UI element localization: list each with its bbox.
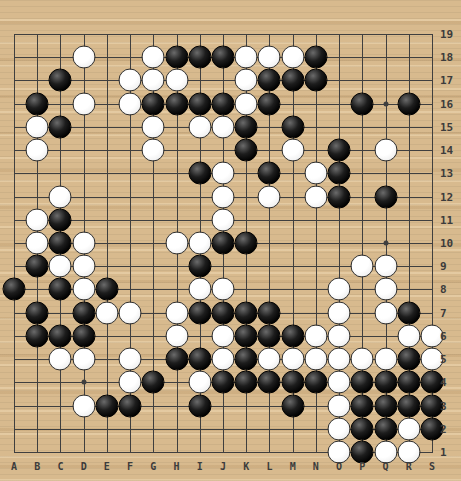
black-stone [281, 324, 304, 347]
black-stone [188, 92, 211, 115]
black-stone [397, 348, 420, 371]
white-stone [351, 255, 374, 278]
black-stone [235, 348, 258, 371]
black-stone [49, 69, 72, 92]
row-label: 19 [440, 28, 453, 41]
row-label: 12 [440, 190, 453, 203]
column-label: S [429, 461, 435, 472]
white-stone [72, 255, 95, 278]
column-label: K [243, 461, 249, 472]
column-label: C [57, 461, 63, 472]
black-stone [258, 371, 281, 394]
white-stone [374, 348, 397, 371]
black-stone [328, 185, 351, 208]
black-stone [235, 324, 258, 347]
white-stone [281, 46, 304, 69]
black-stone [26, 324, 49, 347]
black-stone [188, 301, 211, 324]
column-label: H [174, 461, 180, 472]
black-stone [72, 324, 95, 347]
white-stone [95, 301, 118, 324]
black-stone [374, 394, 397, 417]
black-stone [281, 371, 304, 394]
white-stone [165, 324, 188, 347]
black-stone [26, 255, 49, 278]
column-label: D [81, 461, 87, 472]
black-stone [188, 46, 211, 69]
white-stone [26, 115, 49, 138]
white-stone [119, 92, 142, 115]
white-stone [26, 139, 49, 162]
column-label: R [406, 461, 412, 472]
white-stone [374, 139, 397, 162]
go-board[interactable]: ABCDEFGHIJKLMNOPQRS191817161514131211109… [0, 0, 461, 481]
white-stone [304, 324, 327, 347]
column-label: O [336, 461, 342, 472]
black-stone [49, 324, 72, 347]
white-stone [211, 324, 234, 347]
white-stone [374, 255, 397, 278]
star-point [383, 101, 388, 106]
black-stone [165, 348, 188, 371]
white-stone [142, 46, 165, 69]
white-stone [142, 69, 165, 92]
black-stone [374, 371, 397, 394]
white-stone [258, 185, 281, 208]
black-stone [26, 92, 49, 115]
black-stone [142, 92, 165, 115]
go-board-app: ABCDEFGHIJKLMNOPQRS191817161514131211109… [0, 0, 461, 481]
column-label: G [150, 461, 156, 472]
black-stone [188, 162, 211, 185]
black-stone [304, 46, 327, 69]
white-stone [49, 348, 72, 371]
black-stone [95, 394, 118, 417]
row-label: 13 [440, 167, 453, 180]
black-stone [304, 371, 327, 394]
white-stone [211, 278, 234, 301]
white-stone [258, 46, 281, 69]
black-stone [142, 371, 165, 394]
white-stone [26, 231, 49, 254]
white-stone [351, 348, 374, 371]
white-stone [188, 278, 211, 301]
black-stone [188, 255, 211, 278]
white-stone [188, 115, 211, 138]
row-label: 11 [440, 213, 453, 226]
white-stone [328, 417, 351, 440]
white-stone [72, 394, 95, 417]
white-stone [211, 208, 234, 231]
black-stone [49, 115, 72, 138]
row-label: 6 [440, 329, 447, 342]
black-stone [49, 231, 72, 254]
white-stone [397, 324, 420, 347]
black-stone [211, 301, 234, 324]
white-stone [72, 92, 95, 115]
white-stone [72, 278, 95, 301]
black-stone [374, 417, 397, 440]
white-stone [49, 185, 72, 208]
black-stone [49, 278, 72, 301]
black-stone [235, 301, 258, 324]
white-stone [72, 46, 95, 69]
black-stone [397, 394, 420, 417]
white-stone [119, 348, 142, 371]
black-stone [258, 92, 281, 115]
black-stone [49, 208, 72, 231]
column-label: I [197, 461, 203, 472]
black-stone [165, 46, 188, 69]
row-label: 15 [440, 120, 453, 133]
column-label: A [11, 461, 17, 472]
white-stone [235, 69, 258, 92]
black-stone [26, 301, 49, 324]
column-label: F [127, 461, 133, 472]
star-point [81, 380, 86, 385]
white-stone [258, 348, 281, 371]
black-stone [188, 348, 211, 371]
row-label: 14 [440, 144, 453, 157]
black-stone [304, 69, 327, 92]
star-point [383, 240, 388, 245]
black-stone [119, 394, 142, 417]
black-stone [211, 46, 234, 69]
white-stone [26, 208, 49, 231]
row-label: 2 [440, 422, 447, 435]
black-stone [165, 92, 188, 115]
column-label: P [359, 461, 365, 472]
white-stone [119, 371, 142, 394]
white-stone [142, 115, 165, 138]
white-stone [328, 394, 351, 417]
row-label: 7 [440, 306, 447, 319]
black-stone [351, 394, 374, 417]
white-stone [304, 185, 327, 208]
black-stone [351, 92, 374, 115]
black-stone [258, 69, 281, 92]
white-stone [211, 348, 234, 371]
row-label: 5 [440, 353, 447, 366]
black-stone [281, 69, 304, 92]
white-stone [142, 139, 165, 162]
black-stone [211, 92, 234, 115]
black-stone [235, 115, 258, 138]
black-stone [258, 324, 281, 347]
black-stone [351, 417, 374, 440]
black-stone [235, 371, 258, 394]
black-stone [397, 371, 420, 394]
white-stone [304, 348, 327, 371]
row-label: 10 [440, 236, 453, 249]
black-stone [351, 371, 374, 394]
black-stone [281, 115, 304, 138]
row-label: 3 [440, 399, 447, 412]
black-stone [72, 301, 95, 324]
column-label: J [220, 461, 226, 472]
white-stone [281, 348, 304, 371]
black-stone [95, 278, 118, 301]
white-stone [72, 231, 95, 254]
black-stone [235, 139, 258, 162]
white-stone [235, 46, 258, 69]
black-stone [328, 139, 351, 162]
black-stone [211, 231, 234, 254]
white-stone [49, 255, 72, 278]
white-stone [397, 417, 420, 440]
white-stone [328, 301, 351, 324]
white-stone [165, 69, 188, 92]
black-stone [258, 162, 281, 185]
row-label: 1 [440, 445, 447, 458]
white-stone [235, 92, 258, 115]
white-stone [119, 301, 142, 324]
white-stone [328, 371, 351, 394]
black-stone [397, 92, 420, 115]
black-stone [397, 301, 420, 324]
white-stone [188, 231, 211, 254]
white-stone [211, 115, 234, 138]
black-stone [374, 185, 397, 208]
black-stone [235, 231, 258, 254]
black-stone [258, 301, 281, 324]
white-stone [328, 348, 351, 371]
row-label: 17 [440, 74, 453, 87]
white-stone [165, 301, 188, 324]
white-stone [328, 324, 351, 347]
column-label: L [266, 461, 272, 472]
column-label: E [104, 461, 110, 472]
white-stone [165, 231, 188, 254]
row-label: 8 [440, 283, 447, 296]
white-stone [374, 278, 397, 301]
column-label: N [313, 461, 319, 472]
row-label: 18 [440, 51, 453, 64]
white-stone [188, 371, 211, 394]
column-label: B [34, 461, 40, 472]
white-stone [304, 162, 327, 185]
row-label: 16 [440, 97, 453, 110]
black-stone [188, 394, 211, 417]
column-label: Q [383, 461, 389, 472]
white-stone [211, 185, 234, 208]
black-stone [328, 162, 351, 185]
white-stone [374, 301, 397, 324]
white-stone [119, 69, 142, 92]
row-label: 4 [440, 376, 447, 389]
row-label: 9 [440, 260, 447, 273]
black-stone [211, 371, 234, 394]
white-stone [211, 162, 234, 185]
white-stone [72, 348, 95, 371]
white-stone [281, 139, 304, 162]
column-label: M [290, 461, 296, 472]
black-stone [3, 278, 26, 301]
white-stone [328, 278, 351, 301]
black-stone [281, 394, 304, 417]
